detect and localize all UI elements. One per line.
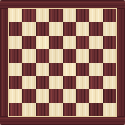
square-d7[interactable] — [49, 22, 62, 35]
square-d1[interactable] — [49, 103, 62, 116]
square-e1[interactable] — [63, 103, 76, 116]
square-h1[interactable] — [103, 103, 116, 116]
square-b4[interactable] — [22, 63, 35, 76]
board-frame-bottom — [0, 116, 125, 125]
square-g4[interactable] — [89, 63, 102, 76]
square-e7[interactable] — [63, 22, 76, 35]
square-g1[interactable] — [89, 103, 102, 116]
board-frame-right — [116, 9, 125, 116]
square-f4[interactable] — [76, 63, 89, 76]
chessboard — [0, 0, 125, 125]
square-b5[interactable] — [22, 49, 35, 62]
square-f2[interactable] — [76, 89, 89, 102]
square-b2[interactable] — [22, 89, 35, 102]
square-f5[interactable] — [76, 49, 89, 62]
square-f1[interactable] — [76, 103, 89, 116]
square-c8[interactable] — [36, 9, 49, 22]
square-b6[interactable] — [22, 36, 35, 49]
square-f6[interactable] — [76, 36, 89, 49]
square-d8[interactable] — [49, 9, 62, 22]
square-a5[interactable] — [9, 49, 22, 62]
square-g3[interactable] — [89, 76, 102, 89]
square-g5[interactable] — [89, 49, 102, 62]
square-h5[interactable] — [103, 49, 116, 62]
square-b3[interactable] — [22, 76, 35, 89]
square-a8[interactable] — [9, 9, 22, 22]
square-h3[interactable] — [103, 76, 116, 89]
square-d5[interactable] — [49, 49, 62, 62]
square-g2[interactable] — [89, 89, 102, 102]
square-d6[interactable] — [49, 36, 62, 49]
square-e4[interactable] — [63, 63, 76, 76]
square-b7[interactable] — [22, 22, 35, 35]
square-c3[interactable] — [36, 76, 49, 89]
square-e5[interactable] — [63, 49, 76, 62]
square-c2[interactable] — [36, 89, 49, 102]
square-d2[interactable] — [49, 89, 62, 102]
square-h4[interactable] — [103, 63, 116, 76]
square-a1[interactable] — [9, 103, 22, 116]
square-e3[interactable] — [63, 76, 76, 89]
square-e2[interactable] — [63, 89, 76, 102]
square-e6[interactable] — [63, 36, 76, 49]
square-a2[interactable] — [9, 89, 22, 102]
square-c4[interactable] — [36, 63, 49, 76]
square-e8[interactable] — [63, 9, 76, 22]
square-a3[interactable] — [9, 76, 22, 89]
square-h8[interactable] — [103, 9, 116, 22]
square-c6[interactable] — [36, 36, 49, 49]
square-h7[interactable] — [103, 22, 116, 35]
square-g7[interactable] — [89, 22, 102, 35]
square-f8[interactable] — [76, 9, 89, 22]
square-g8[interactable] — [89, 9, 102, 22]
square-f3[interactable] — [76, 76, 89, 89]
square-d4[interactable] — [49, 63, 62, 76]
square-b1[interactable] — [22, 103, 35, 116]
board-grid — [9, 9, 116, 116]
inlay-border — [8, 8, 117, 117]
square-h6[interactable] — [103, 36, 116, 49]
square-f7[interactable] — [76, 22, 89, 35]
square-c7[interactable] — [36, 22, 49, 35]
square-a4[interactable] — [9, 63, 22, 76]
square-a7[interactable] — [9, 22, 22, 35]
square-c5[interactable] — [36, 49, 49, 62]
square-b8[interactable] — [22, 9, 35, 22]
square-a6[interactable] — [9, 36, 22, 49]
square-h2[interactable] — [103, 89, 116, 102]
square-d3[interactable] — [49, 76, 62, 89]
square-g6[interactable] — [89, 36, 102, 49]
square-c1[interactable] — [36, 103, 49, 116]
